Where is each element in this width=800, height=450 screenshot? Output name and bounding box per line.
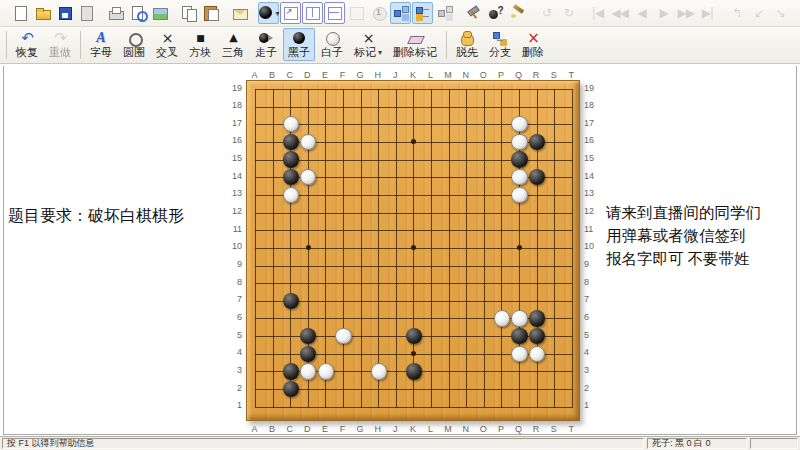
- app-window: ▾↺↻|◀◀◀◀▶▶▶▶|↰↙↘ ↶恢复↷重做字母圆圈×交叉■方块▲三角走子黑子…: [0, 0, 800, 450]
- column-label-top-M: M: [442, 70, 454, 80]
- erase-marks-button[interactable]: 删除标记: [388, 28, 442, 61]
- task-annotation: 题目要求：破坏白棋棋形: [8, 206, 228, 227]
- stone-question-icon: [488, 5, 504, 21]
- row-label-right-7: 7: [584, 294, 600, 305]
- floppy-icon: [57, 5, 73, 21]
- rotate-right-button: ↻: [558, 2, 579, 24]
- black-stone-Q15[interactable]: [511, 151, 527, 167]
- mark-icon: ×: [360, 30, 376, 46]
- open-file-button[interactable]: [32, 2, 53, 24]
- star-point-K4: [411, 351, 416, 356]
- stone-white-icon: [324, 30, 340, 46]
- grid-line-horizontal: [255, 301, 573, 302]
- stone-move-icon: [258, 30, 274, 46]
- column-label-top-P: P: [495, 70, 507, 80]
- column-label-bottom-T: T: [565, 424, 577, 434]
- place-black-stone-dropdown-icon[interactable]: ▾: [276, 9, 280, 18]
- save-file-button[interactable]: [54, 2, 75, 24]
- column-label-bottom-D: D: [301, 424, 313, 434]
- win-arrow-icon: [283, 5, 299, 21]
- nav-first-button: |◀: [587, 2, 608, 24]
- nav-last-button: ▶|: [697, 2, 718, 24]
- column-label-top-B: B: [266, 70, 278, 80]
- main-area: 题目要求：破坏白棋棋形 请来到直播间的同学们 用弹幕或者微信签到 报名字即可 不…: [0, 64, 800, 436]
- white-stone-E3[interactable]: [318, 363, 334, 379]
- annotation-line: 报名字即可 不要带姓: [606, 247, 798, 270]
- copy-button[interactable]: [178, 2, 199, 24]
- rotate-left-button: ↺: [536, 2, 557, 24]
- row-label-left-10: 10: [226, 241, 242, 252]
- row-label-right-17: 17: [584, 118, 600, 129]
- row-label-right-19: 19: [584, 83, 600, 94]
- row-label-left-16: 16: [226, 135, 242, 146]
- black-stone-K5[interactable]: [406, 328, 422, 344]
- row-label-left-15: 15: [226, 153, 242, 164]
- column-label-bottom-F: F: [337, 424, 349, 434]
- delete-icon: ×: [525, 30, 541, 46]
- column-label-bottom-Q: Q: [513, 424, 525, 434]
- row-label-left-17: 17: [226, 118, 242, 129]
- toolbar-separator: [80, 31, 81, 59]
- toolbar-separator: [6, 31, 7, 59]
- row-label-right-14: 14: [584, 171, 600, 182]
- window-off-button: [346, 2, 367, 24]
- row-label-left-13: 13: [226, 188, 242, 199]
- column-label-bottom-J: J: [389, 424, 401, 434]
- mark-dropdown-icon[interactable]: ▾: [378, 48, 382, 57]
- column-label-top-T: T: [565, 70, 577, 80]
- nav-forward-10-icon: ▶▶: [678, 5, 694, 21]
- win-hsplit-icon: [327, 5, 343, 21]
- mark-circle-label: 圆圈: [123, 46, 145, 59]
- black-stone-D4[interactable]: [300, 346, 316, 362]
- column-label-top-K: K: [407, 70, 419, 80]
- white-stone-R4[interactable]: [529, 346, 545, 362]
- mark-triangle-button[interactable]: ▲三角: [217, 28, 249, 61]
- column-label-top-S: S: [548, 70, 560, 80]
- branch-up-icon: ↰: [729, 5, 745, 21]
- circle-o-icon: [126, 30, 142, 46]
- print-button[interactable]: [105, 2, 126, 24]
- row-label-left-14: 14: [226, 171, 242, 182]
- redo-icon: ↷: [52, 30, 68, 46]
- delete-button[interactable]: ×删除: [517, 28, 549, 61]
- column-label-bottom-A: A: [249, 424, 261, 434]
- erase-marks-label: 删除标记: [393, 46, 437, 59]
- black-stone-button[interactable]: 黑子: [283, 28, 315, 61]
- column-label-bottom-K: K: [407, 424, 419, 434]
- hand-icon: [459, 30, 475, 46]
- preview-icon: [130, 5, 146, 21]
- star-point-K16: [411, 139, 416, 144]
- row-label-left-8: 8: [226, 277, 242, 288]
- delete-label: 删除: [522, 46, 544, 59]
- brush-icon: [510, 5, 526, 21]
- row-label-left-4: 4: [226, 347, 242, 358]
- tree-blue-icon: [393, 5, 409, 21]
- mark-cross-button[interactable]: ×交叉: [151, 28, 183, 61]
- play-move-button[interactable]: 走子: [250, 28, 282, 61]
- mark-triangle-label: 三角: [222, 46, 244, 59]
- grid-line-vertical: [572, 89, 573, 408]
- mark-triangle-icon: ▲: [225, 30, 241, 46]
- new-file-button[interactable]: [10, 2, 31, 24]
- copy-icon: [181, 5, 197, 21]
- mail-icon: [232, 5, 248, 21]
- branch-prev-icon: ↙: [751, 5, 767, 21]
- picture-icon: [152, 5, 168, 21]
- row-label-left-18: 18: [226, 100, 242, 111]
- move-number-button: [368, 2, 389, 24]
- row-label-right-15: 15: [584, 153, 600, 164]
- statusbar-captures: 死子: 黑 0 白 0: [647, 438, 747, 449]
- column-label-bottom-P: P: [495, 424, 507, 434]
- column-label-top-E: E: [319, 70, 331, 80]
- black-stone-C14[interactable]: [283, 169, 299, 185]
- rotate-right-icon: ↻: [561, 5, 577, 21]
- toolbar-edit: ↶恢复↷重做字母圆圈×交叉■方块▲三角走子黑子白子×标记▾删除标记脱先分支×删除: [0, 27, 800, 64]
- mark-label-row: 标记▾: [354, 46, 382, 59]
- undo-label: 恢复: [16, 46, 38, 59]
- white-stone-D14[interactable]: [300, 169, 316, 185]
- star-point-D10: [306, 245, 311, 250]
- white-stone-Q16[interactable]: [511, 134, 527, 150]
- row-label-right-12: 12: [584, 206, 600, 217]
- redo-button: ↷重做: [44, 28, 76, 61]
- black-stone-R6[interactable]: [529, 310, 545, 326]
- tenuki-label: 脱先: [456, 46, 478, 59]
- undo-button[interactable]: ↶恢复: [11, 28, 43, 61]
- live-room-annotation: 请来到直播间的同学们 用弹幕或者微信签到 报名字即可 不要带姓: [606, 201, 798, 270]
- black-stone-C15[interactable]: [283, 151, 299, 167]
- column-label-top-R: R: [530, 70, 542, 80]
- branch-next-button: ↘: [770, 2, 791, 24]
- structure-view-button[interactable]: [434, 2, 455, 24]
- tools-button[interactable]: [463, 2, 484, 24]
- folder-icon: [35, 5, 51, 21]
- toolbar-main: ▾↺↻|◀◀◀◀▶▶▶▶|↰↙↘: [0, 0, 800, 27]
- tree-gray-icon: [437, 5, 453, 21]
- white-stone-D3[interactable]: [300, 363, 316, 379]
- white-stone-Q4[interactable]: [511, 346, 527, 362]
- split-horizontal-button[interactable]: [324, 2, 345, 24]
- row-label-left-6: 6: [226, 312, 242, 323]
- nav-back-10-icon: ◀◀: [612, 5, 628, 21]
- column-label-top-G: G: [354, 70, 366, 80]
- row-label-right-11: 11: [584, 224, 600, 235]
- row-label-left-19: 19: [226, 83, 242, 94]
- statusbar-help-text: 按 F1 以得到帮助信息: [2, 438, 644, 449]
- mark-circle-button[interactable]: 圆圈: [118, 28, 150, 61]
- column-label-bottom-C: C: [284, 424, 296, 434]
- panel-border-left: [3, 66, 4, 434]
- grid-line-vertical: [466, 89, 467, 408]
- row-label-right-1: 1: [584, 400, 600, 411]
- grid-line-vertical: [501, 89, 502, 408]
- mark-button[interactable]: ×标记▾: [349, 28, 387, 61]
- white-stone-C17[interactable]: [283, 116, 299, 132]
- black-stone-Q5[interactable]: [511, 328, 527, 344]
- mark-letter-button[interactable]: 字母: [85, 28, 117, 61]
- row-label-right-3: 3: [584, 365, 600, 376]
- grid-line-horizontal: [255, 389, 573, 390]
- column-label-bottom-O: O: [477, 424, 489, 434]
- print-preview-button[interactable]: [127, 2, 148, 24]
- grid-line-horizontal: [255, 283, 573, 284]
- row-label-right-18: 18: [584, 100, 600, 111]
- win-vsplit-icon: [305, 5, 321, 21]
- hammer-icon: [466, 5, 482, 21]
- grid-line-horizontal: [255, 407, 573, 408]
- white-stone-Q14[interactable]: [511, 169, 527, 185]
- white-stone-button[interactable]: 白子: [316, 28, 348, 61]
- annotation-line: 用弹幕或者微信签到: [606, 224, 798, 247]
- go-board[interactable]: [246, 80, 580, 421]
- branch-list-view-button[interactable]: [412, 2, 433, 24]
- mark-square-button[interactable]: ■方块: [184, 28, 216, 61]
- star-point-K10: [411, 245, 416, 250]
- mark-cross-label: 交叉: [156, 46, 178, 59]
- black-stone-C16[interactable]: [283, 134, 299, 150]
- grid-line-vertical: [431, 89, 432, 408]
- split-vertical-button[interactable]: [302, 2, 323, 24]
- column-label-top-O: O: [477, 70, 489, 80]
- branch-label: 分支: [489, 46, 511, 59]
- grid-line-vertical: [554, 89, 555, 408]
- grid-line-horizontal: [255, 266, 573, 267]
- column-label-bottom-G: G: [354, 424, 366, 434]
- row-label-right-6: 6: [584, 312, 600, 323]
- column-label-top-J: J: [389, 70, 401, 80]
- tenuki-button[interactable]: 脱先: [451, 28, 483, 61]
- column-label-top-A: A: [249, 70, 261, 80]
- black-stone-label: 黑子: [288, 46, 310, 59]
- mark-cross-icon: ×: [159, 30, 175, 46]
- panel-border-bottom: [3, 434, 797, 435]
- statusbar-extra-panel: [750, 438, 798, 449]
- brush-button[interactable]: [507, 2, 528, 24]
- nav-back-icon: ◀: [634, 5, 650, 21]
- grid-line-vertical: [449, 89, 450, 408]
- black-stone-R16[interactable]: [529, 134, 545, 150]
- white-stone-P6[interactable]: [494, 310, 510, 326]
- column-label-bottom-R: R: [530, 424, 542, 434]
- column-label-bottom-S: S: [548, 424, 560, 434]
- column-label-top-L: L: [425, 70, 437, 80]
- row-label-right-10: 10: [584, 241, 600, 252]
- nav-back-10-button: ◀◀: [609, 2, 630, 24]
- column-label-bottom-E: E: [319, 424, 331, 434]
- column-label-top-D: D: [301, 70, 313, 80]
- nav-last-icon: ▶|: [700, 5, 716, 21]
- mark-square-icon: ■: [192, 30, 208, 46]
- mark-square-label: 方块: [189, 46, 211, 59]
- guess-move-button[interactable]: [485, 2, 506, 24]
- column-label-bottom-L: L: [425, 424, 437, 434]
- branch-up-button: ↰: [726, 2, 747, 24]
- annotation-line: 请来到直播间的同学们: [606, 201, 798, 224]
- column-label-top-H: H: [372, 70, 384, 80]
- column-label-bottom-M: M: [442, 424, 454, 434]
- stone-black-icon: [291, 30, 307, 46]
- nav-first-icon: |◀: [590, 5, 606, 21]
- printer-icon: [108, 5, 124, 21]
- white-stone-Q6[interactable]: [511, 310, 527, 326]
- mark-label: 标记: [354, 46, 376, 59]
- black-stone-D5[interactable]: [300, 328, 316, 344]
- row-label-right-2: 2: [584, 383, 600, 394]
- toolbar-separator: [446, 31, 447, 59]
- black-stone-C2[interactable]: [283, 381, 299, 397]
- stone-black-big-icon: [258, 5, 274, 21]
- black-stone-K3[interactable]: [406, 363, 422, 379]
- black-stone-C3[interactable]: [283, 363, 299, 379]
- white-stone-C13[interactable]: [283, 187, 299, 203]
- letterA-icon: [93, 30, 109, 46]
- white-stone-label: 白子: [321, 46, 343, 59]
- row-label-left-12: 12: [226, 206, 242, 217]
- page-icon: [13, 5, 29, 21]
- rotate-left-icon: ↺: [539, 5, 555, 21]
- nav-forward-icon: ▶: [656, 5, 672, 21]
- column-label-top-N: N: [460, 70, 472, 80]
- black-stone-R14[interactable]: [529, 169, 545, 185]
- branch-prev-button: ↙: [748, 2, 769, 24]
- win-plain-icon: [349, 5, 365, 21]
- row-label-right-16: 16: [584, 135, 600, 146]
- nav-forward-10-button: ▶▶: [675, 2, 696, 24]
- column-label-top-Q: Q: [513, 70, 525, 80]
- column-label-bottom-N: N: [460, 424, 472, 434]
- row-label-right-5: 5: [584, 330, 600, 341]
- row-label-left-1: 1: [226, 400, 242, 411]
- column-label-top-F: F: [337, 70, 349, 80]
- place-black-stone-button[interactable]: ▾: [258, 2, 279, 24]
- play-move-label: 走子: [255, 46, 277, 59]
- board-window-button[interactable]: [280, 2, 301, 24]
- nav-forward-button: ▶: [653, 2, 674, 24]
- white-stone-H3[interactable]: [371, 363, 387, 379]
- row-label-right-13: 13: [584, 188, 600, 199]
- row-label-left-11: 11: [226, 224, 242, 235]
- tree-view-button[interactable]: [390, 2, 411, 24]
- undo-icon: ↶: [19, 30, 35, 46]
- row-label-left-9: 9: [226, 259, 242, 270]
- row-label-left-5: 5: [226, 330, 242, 341]
- row-label-right-9: 9: [584, 259, 600, 270]
- column-label-top-C: C: [284, 70, 296, 80]
- branch-icon: [492, 30, 508, 46]
- tree-list-icon: [415, 5, 431, 21]
- mark-letter-label: 字母: [90, 46, 112, 59]
- branch-button[interactable]: 分支: [484, 28, 516, 61]
- paste-icon: [203, 5, 219, 21]
- black-stone-R5[interactable]: [529, 328, 545, 344]
- column-label-bottom-H: H: [372, 424, 384, 434]
- black-stone-C7[interactable]: [283, 293, 299, 309]
- white-stone-F5[interactable]: [335, 328, 351, 344]
- white-stone-Q13[interactable]: [511, 187, 527, 203]
- grid-line-vertical: [484, 89, 485, 408]
- status-bar: 按 F1 以得到帮助信息 死子: 黑 0 白 0: [0, 436, 800, 450]
- page-gray-icon: [79, 5, 95, 21]
- row-label-right-8: 8: [584, 277, 600, 288]
- eraser-icon: [407, 30, 423, 46]
- save-as-button[interactable]: [76, 2, 97, 24]
- white-stone-Q17[interactable]: [511, 116, 527, 132]
- send-email-button[interactable]: [229, 2, 250, 24]
- row-label-left-2: 2: [226, 383, 242, 394]
- row-label-right-4: 4: [584, 347, 600, 358]
- column-label-bottom-B: B: [266, 424, 278, 434]
- num1-icon: [371, 5, 387, 21]
- row-label-left-3: 3: [226, 365, 242, 376]
- redo-label: 重做: [49, 46, 71, 59]
- paste-button[interactable]: [200, 2, 221, 24]
- nav-back-button: ◀: [631, 2, 652, 24]
- star-point-Q10: [517, 245, 522, 250]
- white-stone-D16[interactable]: [300, 134, 316, 150]
- row-label-left-7: 7: [226, 294, 242, 305]
- branch-next-icon: ↘: [773, 5, 789, 21]
- export-image-button[interactable]: [149, 2, 170, 24]
